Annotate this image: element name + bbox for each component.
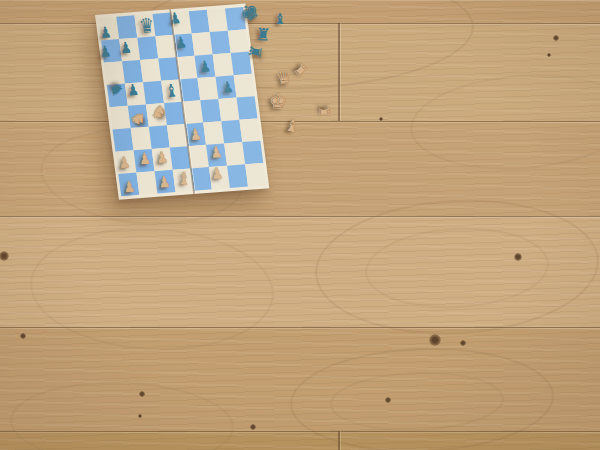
white-pawn: ♟ — [189, 126, 202, 142]
square-h4 — [237, 96, 258, 120]
square-h2 — [242, 141, 263, 165]
wood-knot — [547, 53, 551, 57]
white-pawn: ♟ — [209, 144, 222, 160]
wood-knot — [250, 424, 256, 430]
white-pawn: ♟ — [155, 149, 168, 165]
wood-knot — [460, 340, 466, 346]
white-rook-offboard: ♜ — [317, 105, 331, 118]
black-pawn: ♟ — [126, 81, 139, 97]
white-bishop: ♝ — [177, 169, 190, 189]
scene: ♟♛♟♟♟♟♟♞♟♝♟♞♞♟♟♟♟♟♟♟♝♟ ♚♝♜♜♛♜♚♝♜ — [0, 0, 600, 450]
wood-knot — [553, 35, 559, 41]
black-rook-offboard: ♜ — [255, 26, 272, 44]
square-h3 — [239, 118, 260, 142]
white-pawn: ♟ — [138, 150, 151, 166]
white-pawn: ♟ — [117, 154, 130, 170]
black-rook-offboard: ♜ — [247, 43, 266, 60]
white-king-offboard: ♚ — [268, 91, 288, 113]
black-pawn: ♟ — [99, 24, 112, 40]
square-h1 — [245, 163, 266, 187]
white-pawn: ♟ — [157, 173, 170, 189]
square-h5 — [234, 74, 255, 98]
black-bishop-offboard: ♝ — [273, 12, 286, 27]
white-knight: ♞ — [130, 109, 146, 128]
chess-board: ♟♛♟♟♟♟♟♞♟♝♟♞♞♟♟♟♟♟♟♟♝♟ — [95, 4, 269, 200]
black-pawn: ♟ — [221, 79, 234, 95]
wood-knot — [20, 333, 26, 339]
white-pawn: ♟ — [210, 165, 223, 181]
black-pawn: ♟ — [119, 39, 132, 55]
black-bishop: ♝ — [164, 82, 179, 101]
black-pawn: ♟ — [198, 58, 211, 74]
white-pawn: ♟ — [122, 178, 135, 194]
black-pawn: ♟ — [98, 43, 111, 59]
wood-knot — [429, 334, 441, 346]
wood-knot — [379, 117, 383, 121]
